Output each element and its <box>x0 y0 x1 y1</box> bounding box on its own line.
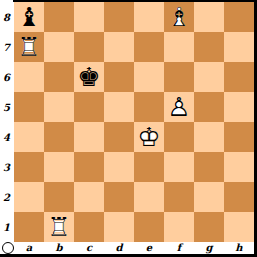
square-g5[interactable] <box>194 92 224 122</box>
square-f1[interactable] <box>164 212 194 242</box>
chess-board[interactable]: ♝♝♗♜♖♚♟♙♚♔♜♖ <box>14 2 254 242</box>
square-h7[interactable] <box>224 32 254 62</box>
rank-label-3: 3 <box>0 152 13 182</box>
square-c6[interactable]: ♚ <box>74 62 104 92</box>
square-a3[interactable] <box>14 152 44 182</box>
square-f6[interactable] <box>164 62 194 92</box>
square-d8[interactable] <box>104 2 134 32</box>
square-h1[interactable] <box>224 212 254 242</box>
file-label-e: e <box>134 241 164 254</box>
square-g6[interactable] <box>194 62 224 92</box>
file-label-a: a <box>14 241 44 254</box>
square-f7[interactable] <box>164 32 194 62</box>
square-d4[interactable] <box>104 122 134 152</box>
rank-label-1: 1 <box>0 212 13 242</box>
piece-outline-layer: ♗ <box>164 2 194 32</box>
square-a4[interactable] <box>14 122 44 152</box>
square-h6[interactable] <box>224 62 254 92</box>
rank-label-4: 4 <box>0 122 13 152</box>
square-e3[interactable] <box>134 152 164 182</box>
square-c7[interactable] <box>74 32 104 62</box>
file-label-b: b <box>44 241 74 254</box>
square-c8[interactable] <box>74 2 104 32</box>
white-to-move-indicator <box>2 242 14 254</box>
square-e2[interactable] <box>134 182 164 212</box>
square-g2[interactable] <box>194 182 224 212</box>
square-d3[interactable] <box>104 152 134 182</box>
square-f3[interactable] <box>164 152 194 182</box>
file-label-h: h <box>224 241 254 254</box>
square-h8[interactable] <box>224 2 254 32</box>
square-f5[interactable]: ♟♙ <box>164 92 194 122</box>
square-b1[interactable]: ♜♖ <box>44 212 74 242</box>
square-a2[interactable] <box>14 182 44 212</box>
square-b2[interactable] <box>44 182 74 212</box>
piece-white-king-e4[interactable]: ♚♔ <box>134 122 164 152</box>
square-b3[interactable] <box>44 152 74 182</box>
square-f2[interactable] <box>164 182 194 212</box>
square-d1[interactable] <box>104 212 134 242</box>
square-h5[interactable] <box>224 92 254 122</box>
square-b8[interactable] <box>44 2 74 32</box>
square-e6[interactable] <box>134 62 164 92</box>
chess-diagram: 87654321 ♝♝♗♜♖♚♟♙♚♔♜♖ abcdefgh <box>0 0 257 257</box>
piece-outline-layer: ♖ <box>44 212 74 242</box>
square-f4[interactable] <box>164 122 194 152</box>
file-labels: abcdefgh <box>14 241 254 254</box>
piece-white-rook-b1[interactable]: ♜♖ <box>44 212 74 242</box>
square-c1[interactable] <box>74 212 104 242</box>
square-b5[interactable] <box>44 92 74 122</box>
square-d5[interactable] <box>104 92 134 122</box>
rank-label-7: 7 <box>0 32 13 62</box>
square-b4[interactable] <box>44 122 74 152</box>
square-c4[interactable] <box>74 122 104 152</box>
piece-white-bishop-f8[interactable]: ♝♗ <box>164 2 194 32</box>
square-g8[interactable] <box>194 2 224 32</box>
square-a6[interactable] <box>14 62 44 92</box>
square-g1[interactable] <box>194 212 224 242</box>
piece-white-pawn-f5[interactable]: ♟♙ <box>164 92 194 122</box>
rank-label-6: 6 <box>0 62 13 92</box>
square-g7[interactable] <box>194 32 224 62</box>
square-e8[interactable] <box>134 2 164 32</box>
square-g4[interactable] <box>194 122 224 152</box>
square-g3[interactable] <box>194 152 224 182</box>
piece-black-king-c6[interactable]: ♚ <box>74 62 104 92</box>
square-h4[interactable] <box>224 122 254 152</box>
square-e4[interactable]: ♚♔ <box>134 122 164 152</box>
square-b6[interactable] <box>44 62 74 92</box>
file-label-g: g <box>194 241 224 254</box>
square-a7[interactable]: ♜♖ <box>14 32 44 62</box>
square-e1[interactable] <box>134 212 164 242</box>
rank-labels: 87654321 <box>0 2 13 242</box>
rank-label-5: 5 <box>0 92 13 122</box>
square-c5[interactable] <box>74 92 104 122</box>
square-d7[interactable] <box>104 32 134 62</box>
piece-white-rook-a7[interactable]: ♜♖ <box>14 32 44 62</box>
square-a5[interactable] <box>14 92 44 122</box>
piece-black-bishop-a8[interactable]: ♝ <box>14 2 44 32</box>
rank-label-8: 8 <box>0 2 13 32</box>
square-h2[interactable] <box>224 182 254 212</box>
file-label-c: c <box>74 241 104 254</box>
piece-outline-layer: ♔ <box>134 122 164 152</box>
piece-outline-layer: ♙ <box>164 92 194 122</box>
square-c3[interactable] <box>74 152 104 182</box>
square-a8[interactable]: ♝ <box>14 2 44 32</box>
board-border-right <box>254 0 257 257</box>
square-c2[interactable] <box>74 182 104 212</box>
piece-outline-layer: ♖ <box>14 32 44 62</box>
square-e5[interactable] <box>134 92 164 122</box>
file-label-d: d <box>104 241 134 254</box>
square-d6[interactable] <box>104 62 134 92</box>
square-a1[interactable] <box>14 212 44 242</box>
file-label-f: f <box>164 241 194 254</box>
square-f8[interactable]: ♝♗ <box>164 2 194 32</box>
square-h3[interactable] <box>224 152 254 182</box>
rank-label-2: 2 <box>0 182 13 212</box>
square-d2[interactable] <box>104 182 134 212</box>
square-b7[interactable] <box>44 32 74 62</box>
square-e7[interactable] <box>134 32 164 62</box>
